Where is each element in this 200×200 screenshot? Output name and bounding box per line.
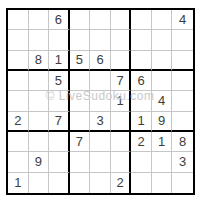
cell-r7c5[interactable] xyxy=(90,132,111,152)
cell-r8c8[interactable] xyxy=(152,152,173,172)
cell-r1c4[interactable] xyxy=(70,10,91,30)
cell-r2c2[interactable] xyxy=(29,30,50,50)
cell-r8c2[interactable]: 9 xyxy=(29,152,50,172)
sudoku-board: 648156576142731972189312 xyxy=(6,8,195,195)
cell-r8c3[interactable] xyxy=(49,152,70,172)
cell-r9c5[interactable] xyxy=(90,173,111,193)
cell-r9c4[interactable] xyxy=(70,173,91,193)
cell-r2c5[interactable] xyxy=(90,30,111,50)
cell-r8c5[interactable] xyxy=(90,152,111,172)
cell-r6c8[interactable]: 9 xyxy=(152,112,173,132)
cell-r4c8[interactable] xyxy=(152,71,173,91)
cell-r1c7[interactable] xyxy=(131,10,152,30)
cell-r4c7[interactable]: 6 xyxy=(131,71,152,91)
cell-r6c4[interactable] xyxy=(70,112,91,132)
cell-r1c6[interactable] xyxy=(111,10,132,30)
cell-r3c5[interactable]: 6 xyxy=(90,51,111,71)
cell-r9c8[interactable] xyxy=(152,173,173,193)
cell-r6c6[interactable] xyxy=(111,112,132,132)
cell-r9c1[interactable]: 1 xyxy=(8,173,29,193)
cell-r2c7[interactable] xyxy=(131,30,152,50)
cell-r2c3[interactable] xyxy=(49,30,70,50)
cell-r1c5[interactable] xyxy=(90,10,111,30)
sudoku-page: 648156576142731972189312 © LiveSudoku.co… xyxy=(0,0,200,200)
cell-r8c6[interactable] xyxy=(111,152,132,172)
cell-r6c5[interactable]: 3 xyxy=(90,112,111,132)
cell-r3c8[interactable] xyxy=(152,51,173,71)
cell-r5c4[interactable] xyxy=(70,91,91,111)
cell-r6c1[interactable]: 2 xyxy=(8,112,29,132)
cell-r2c6[interactable] xyxy=(111,30,132,50)
cell-r2c1[interactable] xyxy=(8,30,29,50)
cell-r3c7[interactable] xyxy=(131,51,152,71)
cell-r3c6[interactable] xyxy=(111,51,132,71)
cell-r9c7[interactable] xyxy=(131,173,152,193)
cell-r5c9[interactable] xyxy=(172,91,193,111)
cell-r4c6[interactable]: 7 xyxy=(111,71,132,91)
cell-r3c1[interactable] xyxy=(8,51,29,71)
cell-r5c6[interactable]: 1 xyxy=(111,91,132,111)
cell-r9c2[interactable] xyxy=(29,173,50,193)
cell-r9c3[interactable] xyxy=(49,173,70,193)
cell-r5c8[interactable]: 4 xyxy=(152,91,173,111)
cell-r7c1[interactable] xyxy=(8,132,29,152)
cell-r2c9[interactable] xyxy=(172,30,193,50)
cell-r7c7[interactable]: 2 xyxy=(131,132,152,152)
cell-r5c3[interactable] xyxy=(49,91,70,111)
cell-r3c3[interactable]: 1 xyxy=(49,51,70,71)
cell-r9c9[interactable] xyxy=(172,173,193,193)
cell-r6c2[interactable] xyxy=(29,112,50,132)
cell-r8c1[interactable] xyxy=(8,152,29,172)
cell-r5c2[interactable] xyxy=(29,91,50,111)
cell-r6c9[interactable] xyxy=(172,112,193,132)
cell-r7c6[interactable] xyxy=(111,132,132,152)
cell-r2c4[interactable] xyxy=(70,30,91,50)
cell-r8c9[interactable]: 3 xyxy=(172,152,193,172)
cell-r1c3[interactable]: 6 xyxy=(49,10,70,30)
cell-r7c4[interactable]: 7 xyxy=(70,132,91,152)
cell-r4c9[interactable] xyxy=(172,71,193,91)
cell-r4c3[interactable]: 5 xyxy=(49,71,70,91)
cell-r5c7[interactable] xyxy=(131,91,152,111)
cell-r8c7[interactable] xyxy=(131,152,152,172)
cell-r4c4[interactable] xyxy=(70,71,91,91)
cell-r4c2[interactable] xyxy=(29,71,50,91)
cell-r1c2[interactable] xyxy=(29,10,50,30)
cell-r4c1[interactable] xyxy=(8,71,29,91)
cell-r7c8[interactable]: 1 xyxy=(152,132,173,152)
cell-r5c5[interactable] xyxy=(90,91,111,111)
cell-r1c8[interactable] xyxy=(152,10,173,30)
cell-r7c3[interactable] xyxy=(49,132,70,152)
cell-r3c2[interactable]: 8 xyxy=(29,51,50,71)
cell-r9c6[interactable]: 2 xyxy=(111,173,132,193)
cell-r3c4[interactable]: 5 xyxy=(70,51,91,71)
cell-r8c4[interactable] xyxy=(70,152,91,172)
cell-r1c1[interactable] xyxy=(8,10,29,30)
cell-r3c9[interactable] xyxy=(172,51,193,71)
cell-r6c7[interactable]: 1 xyxy=(131,112,152,132)
cell-r6c3[interactable]: 7 xyxy=(49,112,70,132)
cell-r1c9[interactable]: 4 xyxy=(172,10,193,30)
cell-r4c5[interactable] xyxy=(90,71,111,91)
cell-r7c2[interactable] xyxy=(29,132,50,152)
cell-r5c1[interactable] xyxy=(8,91,29,111)
cell-r2c8[interactable] xyxy=(152,30,173,50)
cell-r7c9[interactable]: 8 xyxy=(172,132,193,152)
